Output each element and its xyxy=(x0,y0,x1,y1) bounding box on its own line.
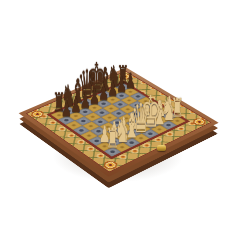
pawn-glyph-icon: ♟ xyxy=(56,98,76,120)
corner-rosette-icon xyxy=(190,117,209,127)
product-photo: ♜♞♟♝♟♚♟♛♟♝♟♞♟♜♟♟♟♟♜♟♞♟♝♟♚♟♛♟♝♟♞♜ xyxy=(0,0,236,236)
folding-chess-box: ♜♞♟♝♟♚♟♛♟♝♟♞♟♜♟♟♟♟♜♟♞♟♝♟♚♟♛♟♝♟♞♜ xyxy=(19,67,219,177)
chess-scene: ♜♞♟♝♟♚♟♛♟♝♟♞♟♜♟♟♟♟♜♟♞♟♝♟♚♟♛♟♝♟♞♜ xyxy=(0,0,236,236)
board-top-face: ♜♞♟♝♟♚♟♛♟♝♟♞♟♜♟♟♟♟♜♟♞♟♝♟♚♟♛♟♝♟♞♜ xyxy=(19,67,219,177)
brass-clasp[interactable] xyxy=(157,145,166,151)
corner-rosette-icon xyxy=(28,109,46,119)
rook-glyph-icon: ♜ xyxy=(102,125,123,152)
corner-rosette-icon xyxy=(101,159,121,170)
